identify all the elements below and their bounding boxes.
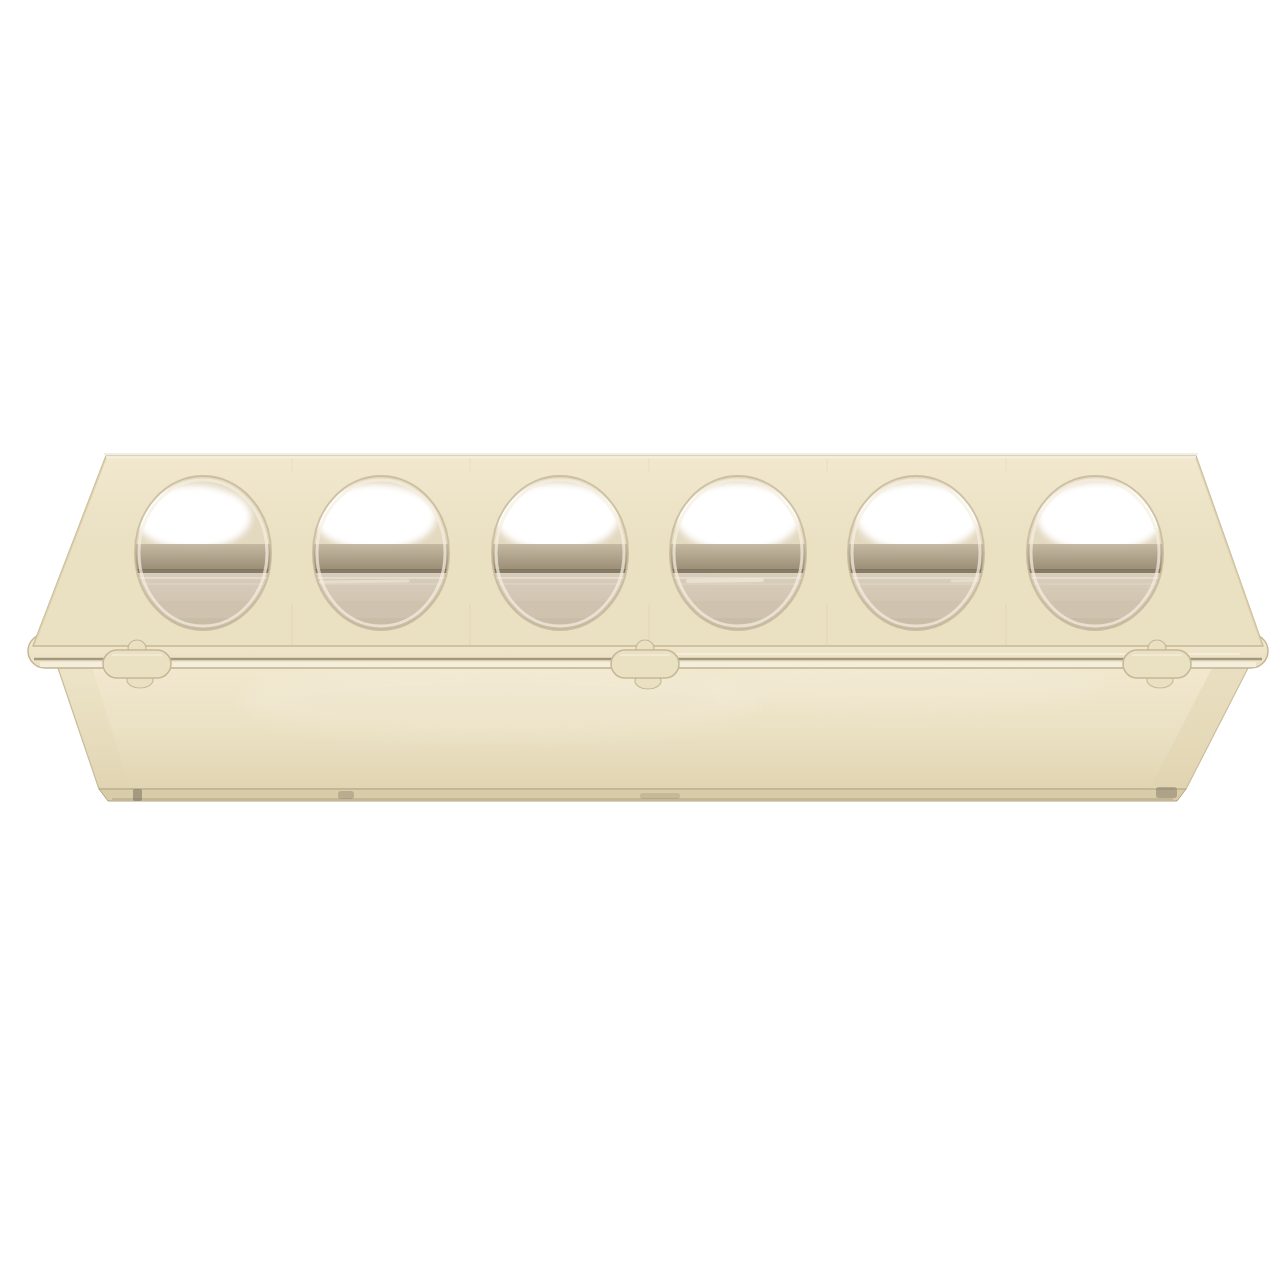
feeder-illustration [0, 0, 1280, 1280]
foot-smudge [1156, 787, 1177, 798]
foot-smudge [338, 791, 354, 799]
base-highlight [700, 662, 1100, 714]
feeder-foot [99, 787, 1186, 801]
product-photo: Plastic poultry feeder trough with six f… [0, 0, 1280, 1280]
photo-background: Plastic poultry feeder trough with six f… [0, 0, 1280, 1280]
foot-smudge [133, 789, 142, 801]
base-highlight [240, 664, 760, 740]
foot-smudge [640, 793, 680, 799]
